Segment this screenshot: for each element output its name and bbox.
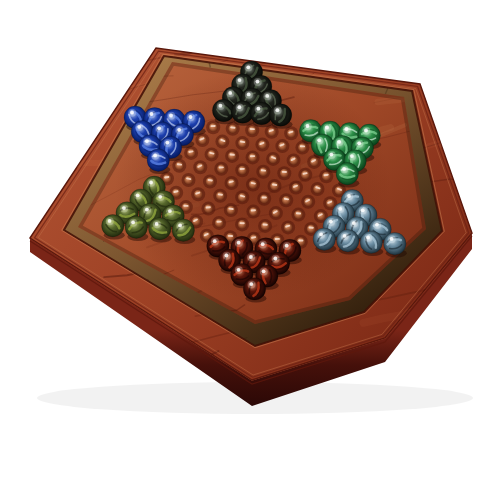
hole[interactable] [224, 203, 238, 217]
marble-steel-blue[interactable] [337, 230, 360, 255]
hole[interactable] [289, 181, 303, 195]
hole[interactable] [201, 202, 215, 216]
hole[interactable] [256, 165, 270, 179]
hole[interactable] [246, 205, 260, 219]
hole[interactable] [269, 206, 283, 220]
hole[interactable] [205, 147, 219, 161]
hole[interactable] [225, 149, 239, 163]
hole[interactable] [268, 179, 282, 193]
marble-olive-green[interactable] [149, 218, 172, 243]
hole[interactable] [298, 168, 312, 182]
hole[interactable] [255, 138, 269, 152]
marble-steel-blue[interactable] [313, 228, 336, 253]
hole[interactable] [212, 216, 226, 230]
hole[interactable] [277, 166, 291, 180]
hole[interactable] [213, 189, 227, 203]
hole[interactable] [266, 152, 280, 166]
hole[interactable] [203, 175, 217, 189]
hole[interactable] [284, 126, 298, 140]
hole[interactable] [214, 162, 228, 176]
hole[interactable] [215, 135, 229, 149]
marble-red-black[interactable] [243, 278, 266, 303]
hole[interactable] [275, 139, 289, 153]
marble-olive-green[interactable] [125, 216, 148, 241]
marble-blue[interactable] [147, 149, 170, 174]
marble-olive-green[interactable] [102, 215, 125, 240]
hole[interactable] [246, 178, 260, 192]
product-photo [0, 0, 500, 500]
hole[interactable] [287, 153, 301, 167]
hole[interactable] [301, 195, 315, 209]
hole[interactable] [279, 193, 293, 207]
hole[interactable] [257, 192, 271, 206]
hole[interactable] [246, 150, 260, 164]
hole[interactable] [235, 163, 249, 177]
marble-green[interactable] [336, 163, 359, 188]
hole[interactable] [182, 173, 196, 187]
hole[interactable] [258, 219, 272, 233]
hole[interactable] [235, 136, 249, 150]
chinese-checkers-board [0, 0, 500, 500]
hole[interactable] [193, 160, 207, 174]
marble-steel-blue[interactable] [384, 233, 407, 258]
hole[interactable] [281, 220, 295, 234]
marble-olive-green[interactable] [172, 219, 195, 244]
hole[interactable] [235, 217, 249, 231]
hole[interactable] [225, 176, 239, 190]
hole[interactable] [235, 190, 249, 204]
marble-black[interactable] [269, 104, 292, 129]
hole[interactable] [311, 182, 325, 196]
hole[interactable] [291, 208, 305, 222]
hole[interactable] [191, 187, 205, 201]
marble-steel-blue[interactable] [360, 231, 383, 256]
